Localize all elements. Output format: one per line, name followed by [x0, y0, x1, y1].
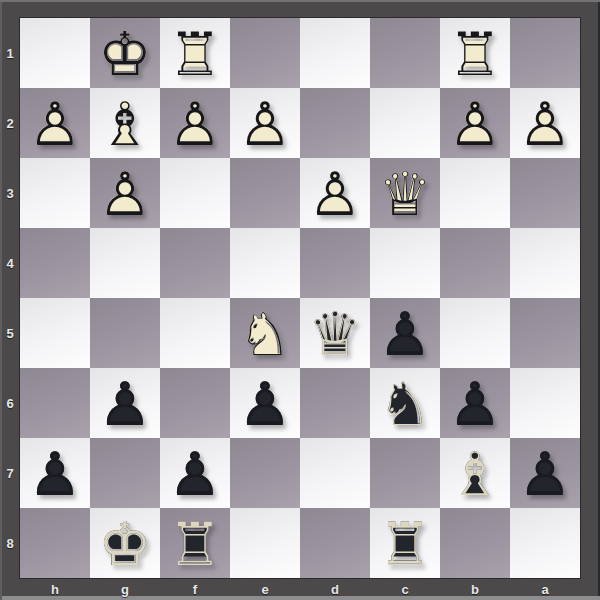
square-b8[interactable]	[440, 508, 510, 578]
rank-labels: 12345678	[0, 18, 20, 578]
file-labels: hgfedcba	[20, 580, 580, 599]
black-pawn[interactable]: ♟♙	[160, 438, 230, 508]
white-king-outline: ♔	[90, 18, 160, 88]
square-e7[interactable]	[230, 438, 300, 508]
file-label-g: g	[90, 580, 160, 599]
black-pawn[interactable]: ♟♙	[440, 368, 510, 438]
square-g3[interactable]: ♟♙	[90, 158, 160, 228]
square-h2[interactable]: ♟♙	[20, 88, 90, 158]
square-a7[interactable]: ♟♙	[510, 438, 580, 508]
black-rook[interactable]: ♜♖	[370, 508, 440, 578]
square-d5[interactable]: ♛♕	[300, 298, 370, 368]
square-f7[interactable]: ♟♙	[160, 438, 230, 508]
rank-label-5: 5	[0, 298, 20, 368]
square-f6[interactable]	[160, 368, 230, 438]
black-bishop[interactable]: ♝♗	[440, 438, 510, 508]
black-knight[interactable]: ♞♘	[370, 368, 440, 438]
white-pawn-outline: ♙	[230, 88, 300, 158]
black-rook-outline: ♖	[370, 508, 440, 578]
square-e1[interactable]	[230, 18, 300, 88]
square-f2[interactable]: ♟♙	[160, 88, 230, 158]
square-a8[interactable]	[510, 508, 580, 578]
file-label-a: a	[510, 580, 580, 599]
white-pawn-outline: ♙	[160, 88, 230, 158]
square-f4[interactable]	[160, 228, 230, 298]
square-g5[interactable]	[90, 298, 160, 368]
black-pawn[interactable]: ♟♙	[510, 438, 580, 508]
square-g8[interactable]: ♚♔	[90, 508, 160, 578]
chess-board[interactable]: ♚♔♜♖♜♖♟♙♝♗♟♙♟♙♟♙♟♙♟♙♟♙♛♕♞♘♛♕♟♙♟♙♟♙♞♘♟♙♟♙…	[20, 18, 580, 578]
black-king[interactable]: ♚♔	[90, 508, 160, 578]
square-c4[interactable]	[370, 228, 440, 298]
square-a4[interactable]	[510, 228, 580, 298]
rank-label-8: 8	[0, 508, 20, 578]
square-e2[interactable]: ♟♙	[230, 88, 300, 158]
square-f8[interactable]: ♜♖	[160, 508, 230, 578]
square-h6[interactable]	[20, 368, 90, 438]
square-b1[interactable]: ♜♖	[440, 18, 510, 88]
white-rook[interactable]: ♜♖	[160, 18, 230, 88]
rank-label-4: 4	[0, 228, 20, 298]
black-king-outline: ♔	[90, 508, 160, 578]
white-rook-outline: ♖	[440, 18, 510, 88]
white-pawn[interactable]: ♟♙	[20, 88, 90, 158]
rank-label-3: 3	[0, 158, 20, 228]
square-e4[interactable]	[230, 228, 300, 298]
white-bishop[interactable]: ♝♗	[90, 88, 160, 158]
square-d8[interactable]	[300, 508, 370, 578]
white-rook-outline: ♖	[160, 18, 230, 88]
black-queen[interactable]: ♛♕	[300, 298, 370, 368]
square-e6[interactable]: ♟♙	[230, 368, 300, 438]
white-pawn-outline: ♙	[510, 88, 580, 158]
white-queen[interactable]: ♛♕	[370, 158, 440, 228]
square-h3[interactable]	[20, 158, 90, 228]
square-h7[interactable]: ♟♙	[20, 438, 90, 508]
black-queen-outline: ♕	[300, 298, 370, 368]
square-d7[interactable]	[300, 438, 370, 508]
file-label-f: f	[160, 580, 230, 599]
black-pawn[interactable]: ♟♙	[90, 368, 160, 438]
square-d6[interactable]	[300, 368, 370, 438]
square-b5[interactable]	[440, 298, 510, 368]
white-pawn-outline: ♙	[90, 158, 160, 228]
file-label-h: h	[20, 580, 90, 599]
file-label-b: b	[440, 580, 510, 599]
white-rook[interactable]: ♜♖	[440, 18, 510, 88]
square-b6[interactable]: ♟♙	[440, 368, 510, 438]
black-pawn[interactable]: ♟♙	[230, 368, 300, 438]
square-b2[interactable]: ♟♙	[440, 88, 510, 158]
white-pawn[interactable]: ♟♙	[90, 158, 160, 228]
black-rook-outline: ♖	[160, 508, 230, 578]
white-pawn-outline: ♙	[20, 88, 90, 158]
white-pawn[interactable]: ♟♙	[230, 88, 300, 158]
file-label-d: d	[300, 580, 370, 599]
black-pawn-outline: ♙	[510, 438, 580, 508]
square-b4[interactable]	[440, 228, 510, 298]
square-g4[interactable]	[90, 228, 160, 298]
square-c8[interactable]: ♜♖	[370, 508, 440, 578]
square-a5[interactable]	[510, 298, 580, 368]
black-pawn-outline: ♙	[370, 298, 440, 368]
square-d3[interactable]: ♟♙	[300, 158, 370, 228]
black-rook[interactable]: ♜♖	[160, 508, 230, 578]
rank-label-7: 7	[0, 438, 20, 508]
square-e8[interactable]	[230, 508, 300, 578]
black-pawn[interactable]: ♟♙	[370, 298, 440, 368]
white-pawn[interactable]: ♟♙	[440, 88, 510, 158]
white-pawn[interactable]: ♟♙	[300, 158, 370, 228]
black-pawn-outline: ♙	[230, 368, 300, 438]
square-a6[interactable]	[510, 368, 580, 438]
square-c7[interactable]	[370, 438, 440, 508]
white-knight[interactable]: ♞♘	[230, 298, 300, 368]
square-c2[interactable]	[370, 88, 440, 158]
rank-label-1: 1	[0, 18, 20, 88]
black-pawn-outline: ♙	[160, 438, 230, 508]
rank-label-2: 2	[0, 88, 20, 158]
square-d2[interactable]	[300, 88, 370, 158]
square-c3[interactable]: ♛♕	[370, 158, 440, 228]
white-bishop-outline: ♗	[90, 88, 160, 158]
white-queen-outline: ♕	[370, 158, 440, 228]
white-pawn[interactable]: ♟♙	[160, 88, 230, 158]
square-b3[interactable]	[440, 158, 510, 228]
black-pawn-outline: ♙	[20, 438, 90, 508]
square-f3[interactable]	[160, 158, 230, 228]
square-e5[interactable]: ♞♘	[230, 298, 300, 368]
square-d1[interactable]	[300, 18, 370, 88]
square-h5[interactable]	[20, 298, 90, 368]
black-knight-outline: ♘	[370, 368, 440, 438]
square-a1[interactable]	[510, 18, 580, 88]
black-bishop-outline: ♗	[440, 438, 510, 508]
square-f1[interactable]: ♜♖	[160, 18, 230, 88]
square-c6[interactable]: ♞♘	[370, 368, 440, 438]
square-h1[interactable]	[20, 18, 90, 88]
square-f5[interactable]	[160, 298, 230, 368]
white-pawn-outline: ♙	[300, 158, 370, 228]
rank-label-6: 6	[0, 368, 20, 438]
white-king[interactable]: ♚♔	[90, 18, 160, 88]
file-label-e: e	[230, 580, 300, 599]
square-g1[interactable]: ♚♔	[90, 18, 160, 88]
square-c1[interactable]	[370, 18, 440, 88]
square-d4[interactable]	[300, 228, 370, 298]
black-pawn[interactable]: ♟♙	[20, 438, 90, 508]
black-pawn-outline: ♙	[90, 368, 160, 438]
square-a3[interactable]	[510, 158, 580, 228]
file-label-c: c	[370, 580, 440, 599]
square-h8[interactable]	[20, 508, 90, 578]
square-c5[interactable]: ♟♙	[370, 298, 440, 368]
white-pawn[interactable]: ♟♙	[510, 88, 580, 158]
black-pawn-outline: ♙	[440, 368, 510, 438]
square-g2[interactable]: ♝♗	[90, 88, 160, 158]
square-h4[interactable]	[20, 228, 90, 298]
white-pawn-outline: ♙	[440, 88, 510, 158]
square-g7[interactable]	[90, 438, 160, 508]
white-knight-outline: ♘	[230, 298, 300, 368]
chess-diagram: 12345678 ♚♔♜♖♜♖♟♙♝♗♟♙♟♙♟♙♟♙♟♙♟♙♛♕♞♘♛♕♟♙♟…	[0, 0, 600, 600]
square-a2[interactable]: ♟♙	[510, 88, 580, 158]
square-b7[interactable]: ♝♗	[440, 438, 510, 508]
square-e3[interactable]	[230, 158, 300, 228]
square-g6[interactable]: ♟♙	[90, 368, 160, 438]
